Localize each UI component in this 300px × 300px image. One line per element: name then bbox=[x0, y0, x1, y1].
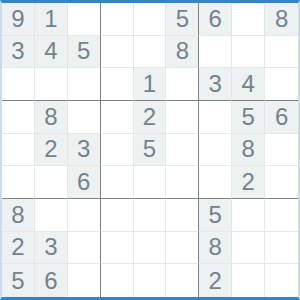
cell-r8c4[interactable] bbox=[101, 232, 134, 265]
cell-r7c6[interactable] bbox=[166, 199, 199, 232]
cell-r6c5[interactable] bbox=[134, 166, 167, 199]
cell-r5c4[interactable] bbox=[101, 134, 134, 167]
cell-r9c8[interactable] bbox=[232, 264, 265, 297]
cell-r9c6[interactable] bbox=[166, 264, 199, 297]
cell-r4c6[interactable] bbox=[166, 101, 199, 134]
cell-r5c9[interactable] bbox=[265, 134, 298, 167]
cell-r4c9: 6 bbox=[265, 101, 298, 134]
cell-r1c3[interactable] bbox=[68, 3, 101, 36]
cell-r1c4[interactable] bbox=[101, 3, 134, 36]
cell-r1c1: 9 bbox=[2, 3, 35, 36]
cell-r4c5: 2 bbox=[134, 101, 167, 134]
cell-r8c8[interactable] bbox=[232, 232, 265, 265]
cell-r6c6[interactable] bbox=[166, 166, 199, 199]
cell-r7c5[interactable] bbox=[134, 199, 167, 232]
cell-r3c1[interactable] bbox=[2, 68, 35, 101]
cell-r8c9[interactable] bbox=[265, 232, 298, 265]
cell-r3c4[interactable] bbox=[101, 68, 134, 101]
cell-r3c6[interactable] bbox=[166, 68, 199, 101]
sudoku-board: 915683458134825623586285238562 bbox=[0, 0, 300, 300]
cell-r8c5[interactable] bbox=[134, 232, 167, 265]
cell-r9c7: 2 bbox=[199, 264, 232, 297]
cell-r7c3[interactable] bbox=[68, 199, 101, 232]
cell-r5c8: 8 bbox=[232, 134, 265, 167]
cell-r2c6: 8 bbox=[166, 36, 199, 69]
cell-r9c4[interactable] bbox=[101, 264, 134, 297]
cell-r7c4[interactable] bbox=[101, 199, 134, 232]
cell-r5c2: 2 bbox=[35, 134, 68, 167]
cell-r1c7: 6 bbox=[199, 3, 232, 36]
cell-r7c2[interactable] bbox=[35, 199, 68, 232]
cell-r4c1[interactable] bbox=[2, 101, 35, 134]
cell-r3c9[interactable] bbox=[265, 68, 298, 101]
cell-r3c5: 1 bbox=[134, 68, 167, 101]
cell-r7c1: 8 bbox=[2, 199, 35, 232]
cell-r1c8[interactable] bbox=[232, 3, 265, 36]
cell-r9c2: 6 bbox=[35, 264, 68, 297]
cell-r3c3[interactable] bbox=[68, 68, 101, 101]
cell-r7c9[interactable] bbox=[265, 199, 298, 232]
cell-r3c8: 4 bbox=[232, 68, 265, 101]
cell-r2c2: 4 bbox=[35, 36, 68, 69]
cell-r5c5: 5 bbox=[134, 134, 167, 167]
cell-r9c3[interactable] bbox=[68, 264, 101, 297]
cell-r9c5[interactable] bbox=[134, 264, 167, 297]
cell-r4c4[interactable] bbox=[101, 101, 134, 134]
cell-r4c7[interactable] bbox=[199, 101, 232, 134]
cell-r2c9[interactable] bbox=[265, 36, 298, 69]
cell-r5c6[interactable] bbox=[166, 134, 199, 167]
cell-r2c4[interactable] bbox=[101, 36, 134, 69]
cell-r1c9: 8 bbox=[265, 3, 298, 36]
cell-r5c3: 3 bbox=[68, 134, 101, 167]
cell-r9c9[interactable] bbox=[265, 264, 298, 297]
cell-r1c6: 5 bbox=[166, 3, 199, 36]
cell-r8c3[interactable] bbox=[68, 232, 101, 265]
cell-r6c3: 6 bbox=[68, 166, 101, 199]
cell-r2c5[interactable] bbox=[134, 36, 167, 69]
cell-r2c1: 3 bbox=[2, 36, 35, 69]
cell-r2c3: 5 bbox=[68, 36, 101, 69]
cell-r8c1: 2 bbox=[2, 232, 35, 265]
cell-r2c7[interactable] bbox=[199, 36, 232, 69]
cell-r8c2: 3 bbox=[35, 232, 68, 265]
cell-r6c4[interactable] bbox=[101, 166, 134, 199]
cell-r1c5[interactable] bbox=[134, 3, 167, 36]
cell-r9c1: 5 bbox=[2, 264, 35, 297]
cell-r8c7: 8 bbox=[199, 232, 232, 265]
cell-r5c7[interactable] bbox=[199, 134, 232, 167]
cell-r3c2[interactable] bbox=[35, 68, 68, 101]
cell-r6c1[interactable] bbox=[2, 166, 35, 199]
cell-r4c3[interactable] bbox=[68, 101, 101, 134]
cell-r1c2: 1 bbox=[35, 3, 68, 36]
cell-r2c8[interactable] bbox=[232, 36, 265, 69]
cell-r7c8[interactable] bbox=[232, 199, 265, 232]
cell-r6c7[interactable] bbox=[199, 166, 232, 199]
cell-r6c9[interactable] bbox=[265, 166, 298, 199]
cell-r4c2: 8 bbox=[35, 101, 68, 134]
cell-r6c8: 2 bbox=[232, 166, 265, 199]
cell-r5c1[interactable] bbox=[2, 134, 35, 167]
cell-r8c6[interactable] bbox=[166, 232, 199, 265]
cell-r4c8: 5 bbox=[232, 101, 265, 134]
cell-r6c2[interactable] bbox=[35, 166, 68, 199]
cell-r3c7: 3 bbox=[199, 68, 232, 101]
cell-r7c7: 5 bbox=[199, 199, 232, 232]
